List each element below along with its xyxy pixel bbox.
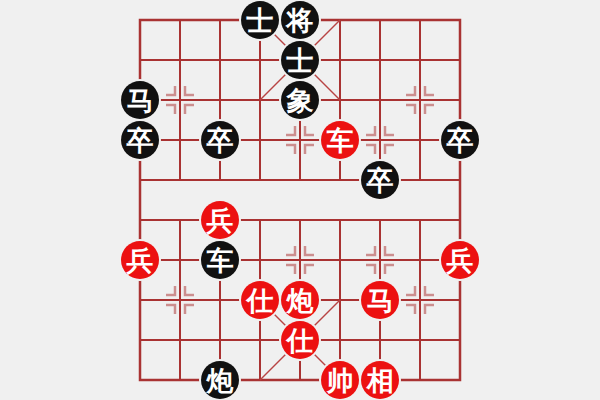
piece-black-horse[interactable]: 马 bbox=[121, 81, 159, 119]
piece-red-chariot[interactable]: 车 bbox=[321, 121, 359, 159]
piece-red-advisor[interactable]: 仕 bbox=[241, 281, 279, 319]
piece-red-soldier[interactable]: 兵 bbox=[121, 241, 159, 279]
piece-red-cannon[interactable]: 炮 bbox=[281, 281, 319, 319]
xiangqi-board: 士将士马象卒卒车卒卒兵兵车兵仕炮马仕炮帅相 bbox=[0, 0, 600, 400]
piece-black-chariot[interactable]: 车 bbox=[201, 241, 239, 279]
piece-black-soldier[interactable]: 卒 bbox=[201, 121, 239, 159]
piece-red-advisor[interactable]: 仕 bbox=[281, 321, 319, 359]
piece-black-advisor[interactable]: 士 bbox=[241, 1, 279, 39]
piece-red-soldier[interactable]: 兵 bbox=[441, 241, 479, 279]
piece-black-elephant[interactable]: 象 bbox=[281, 81, 319, 119]
piece-red-horse[interactable]: 马 bbox=[361, 281, 399, 319]
piece-black-advisor[interactable]: 士 bbox=[281, 41, 319, 79]
piece-red-soldier[interactable]: 兵 bbox=[201, 201, 239, 239]
piece-red-elephant[interactable]: 相 bbox=[361, 361, 399, 399]
piece-black-soldier[interactable]: 卒 bbox=[361, 161, 399, 199]
piece-black-soldier[interactable]: 卒 bbox=[441, 121, 479, 159]
piece-black-cannon[interactable]: 炮 bbox=[201, 361, 239, 399]
pieces-layer: 士将士马象卒卒车卒卒兵兵车兵仕炮马仕炮帅相 bbox=[120, 0, 480, 400]
piece-black-general[interactable]: 将 bbox=[281, 1, 319, 39]
piece-black-soldier[interactable]: 卒 bbox=[121, 121, 159, 159]
piece-red-general[interactable]: 帅 bbox=[321, 361, 359, 399]
